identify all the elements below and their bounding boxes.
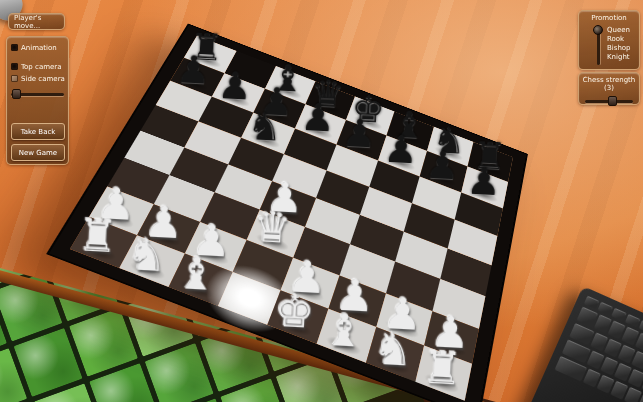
checkbox-label: Animation bbox=[21, 44, 57, 52]
keyboard-key bbox=[611, 308, 627, 322]
keyboard-key bbox=[598, 302, 614, 316]
keyboard-key bbox=[625, 314, 641, 328]
promotion-option-rook[interactable]: Rook bbox=[607, 34, 624, 43]
checkbox-side-camera[interactable]: Side camera bbox=[11, 74, 68, 83]
promotion-title: Promotion bbox=[579, 14, 639, 22]
camera-slider-thumb[interactable] bbox=[12, 89, 21, 99]
promotion-option-knight[interactable]: Knight bbox=[607, 52, 630, 61]
checkbox-label: Side camera bbox=[21, 75, 65, 83]
keyboard-key bbox=[584, 296, 600, 310]
checkbox-animation[interactable]: Animation bbox=[11, 43, 68, 52]
status-text: Player's move... bbox=[14, 14, 64, 30]
promotion-slider-thumb[interactable] bbox=[593, 25, 603, 35]
promotion-panel: Promotion QueenRookBishopKnight bbox=[578, 10, 640, 70]
status-bar: Player's move... bbox=[8, 13, 65, 30]
checkbox-unchecked-icon[interactable] bbox=[11, 75, 18, 82]
checkbox-top-camera[interactable]: Top camera bbox=[11, 62, 68, 71]
square-d1[interactable] bbox=[218, 272, 281, 325]
checkbox-label: Top camera bbox=[21, 63, 61, 71]
checkbox-checked-icon[interactable] bbox=[11, 44, 18, 51]
take-back-button[interactable]: Take Back bbox=[11, 123, 65, 140]
strength-slider-thumb[interactable] bbox=[608, 96, 617, 106]
promotion-option-queen[interactable]: Queen bbox=[607, 25, 630, 34]
white-queen-d3[interactable]: ♛ bbox=[252, 205, 292, 249]
strength-slider[interactable] bbox=[585, 96, 633, 108]
camera-slider[interactable] bbox=[11, 89, 64, 99]
new-game-label: New Game bbox=[19, 149, 57, 157]
game-controls-panel: AnimationTop cameraSide camera Take Back… bbox=[6, 36, 69, 165]
checkbox-checked-icon[interactable] bbox=[11, 63, 18, 70]
white-knight-b1[interactable]: ♞ bbox=[125, 231, 168, 278]
promotion-option-bishop[interactable]: Bishop bbox=[607, 43, 631, 52]
new-game-button[interactable]: New Game bbox=[11, 144, 65, 161]
camera-options: AnimationTop cameraSide camera bbox=[7, 43, 68, 83]
strength-panel: Chess strength (3) bbox=[578, 72, 640, 105]
take-back-label: Take Back bbox=[21, 128, 56, 136]
strength-label: Chess strength (3) bbox=[579, 76, 639, 92]
